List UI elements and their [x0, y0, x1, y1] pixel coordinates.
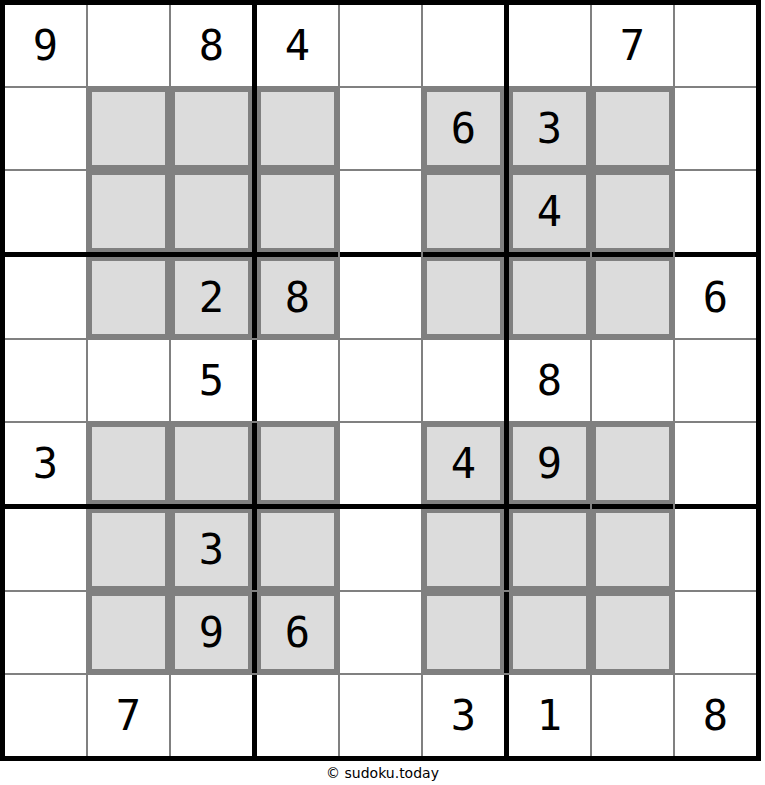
cell-r1c5[interactable] — [340, 5, 421, 86]
cell-r4c1[interactable] — [5, 257, 86, 338]
cell-r2c1[interactable] — [5, 88, 86, 169]
cell-r8c3[interactable]: 9 — [171, 592, 252, 673]
cell-r1c6[interactable] — [423, 5, 504, 86]
cell-r8c4[interactable]: 6 — [257, 592, 338, 673]
cell-r9c5[interactable] — [340, 675, 421, 756]
cell-r4c6[interactable] — [423, 257, 504, 338]
cell-r7c5[interactable] — [340, 509, 421, 590]
cell-r6c6[interactable]: 4 — [423, 423, 504, 504]
cell-r6c5[interactable] — [340, 423, 421, 504]
cell-r1c7[interactable] — [509, 5, 590, 86]
cell-r2c8[interactable] — [592, 88, 673, 169]
cell-r9c7[interactable]: 1 — [509, 675, 590, 756]
cell-r9c8[interactable] — [592, 675, 673, 756]
cell-r4c5[interactable] — [340, 257, 421, 338]
cell-r5c4[interactable] — [257, 340, 338, 421]
cell-r1c8[interactable]: 7 — [592, 5, 673, 86]
cell-r5c8[interactable] — [592, 340, 673, 421]
cell-r5c5[interactable] — [340, 340, 421, 421]
cell-r1c4[interactable]: 4 — [257, 5, 338, 86]
cell-r2c6[interactable]: 6 — [423, 88, 504, 169]
cell-r1c1[interactable]: 9 — [5, 5, 86, 86]
cell-r6c2[interactable] — [88, 423, 169, 504]
cell-r7c9[interactable] — [675, 509, 756, 590]
cell-r9c3[interactable] — [171, 675, 252, 756]
cell-r1c9[interactable] — [675, 5, 756, 86]
cell-r3c3[interactable] — [171, 171, 252, 252]
cell-r3c2[interactable] — [88, 171, 169, 252]
cell-r8c8[interactable] — [592, 592, 673, 673]
cell-r2c7[interactable]: 3 — [509, 88, 590, 169]
cell-r8c9[interactable] — [675, 592, 756, 673]
cell-r5c6[interactable] — [423, 340, 504, 421]
cell-r9c6[interactable]: 3 — [423, 675, 504, 756]
cell-r2c4[interactable] — [257, 88, 338, 169]
cell-r5c1[interactable] — [5, 340, 86, 421]
cell-r3c8[interactable] — [592, 171, 673, 252]
cell-r7c6[interactable] — [423, 509, 504, 590]
cell-r6c1[interactable]: 3 — [5, 423, 86, 504]
cell-r2c9[interactable] — [675, 88, 756, 169]
cell-r8c7[interactable] — [509, 592, 590, 673]
cell-r8c1[interactable] — [5, 592, 86, 673]
sudoku-board: 9847634286583493967318 — [0, 0, 761, 761]
cell-r7c1[interactable] — [5, 509, 86, 590]
cell-r4c7[interactable] — [509, 257, 590, 338]
cell-r8c5[interactable] — [340, 592, 421, 673]
cell-r5c2[interactable] — [88, 340, 169, 421]
cell-r7c7[interactable] — [509, 509, 590, 590]
footer-credit: © sudoku.today — [0, 761, 765, 785]
cell-r3c7[interactable]: 4 — [509, 171, 590, 252]
cell-r4c9[interactable]: 6 — [675, 257, 756, 338]
cell-r4c8[interactable] — [592, 257, 673, 338]
cell-r1c3[interactable]: 8 — [171, 5, 252, 86]
cell-r2c3[interactable] — [171, 88, 252, 169]
cell-r4c4[interactable]: 8 — [257, 257, 338, 338]
cell-r6c9[interactable] — [675, 423, 756, 504]
cell-r2c5[interactable] — [340, 88, 421, 169]
cell-r9c2[interactable]: 7 — [88, 675, 169, 756]
cell-r5c7[interactable]: 8 — [509, 340, 590, 421]
cell-r9c9[interactable]: 8 — [675, 675, 756, 756]
cell-r3c6[interactable] — [423, 171, 504, 252]
cell-r6c8[interactable] — [592, 423, 673, 504]
cell-r3c4[interactable] — [257, 171, 338, 252]
cell-r4c2[interactable] — [88, 257, 169, 338]
cell-r7c2[interactable] — [88, 509, 169, 590]
cell-r8c2[interactable] — [88, 592, 169, 673]
cell-r6c4[interactable] — [257, 423, 338, 504]
cell-r8c6[interactable] — [423, 592, 504, 673]
cell-r9c4[interactable] — [257, 675, 338, 756]
cell-r6c7[interactable]: 9 — [509, 423, 590, 504]
cell-r3c1[interactable] — [5, 171, 86, 252]
cell-r3c9[interactable] — [675, 171, 756, 252]
cell-r4c3[interactable]: 2 — [171, 257, 252, 338]
cell-r7c3[interactable]: 3 — [171, 509, 252, 590]
cell-r3c5[interactable] — [340, 171, 421, 252]
cell-r5c3[interactable]: 5 — [171, 340, 252, 421]
cell-r9c1[interactable] — [5, 675, 86, 756]
cell-r6c3[interactable] — [171, 423, 252, 504]
cell-r7c4[interactable] — [257, 509, 338, 590]
cell-r2c2[interactable] — [88, 88, 169, 169]
cell-r5c9[interactable] — [675, 340, 756, 421]
cell-r1c2[interactable] — [88, 5, 169, 86]
cell-r7c8[interactable] — [592, 509, 673, 590]
